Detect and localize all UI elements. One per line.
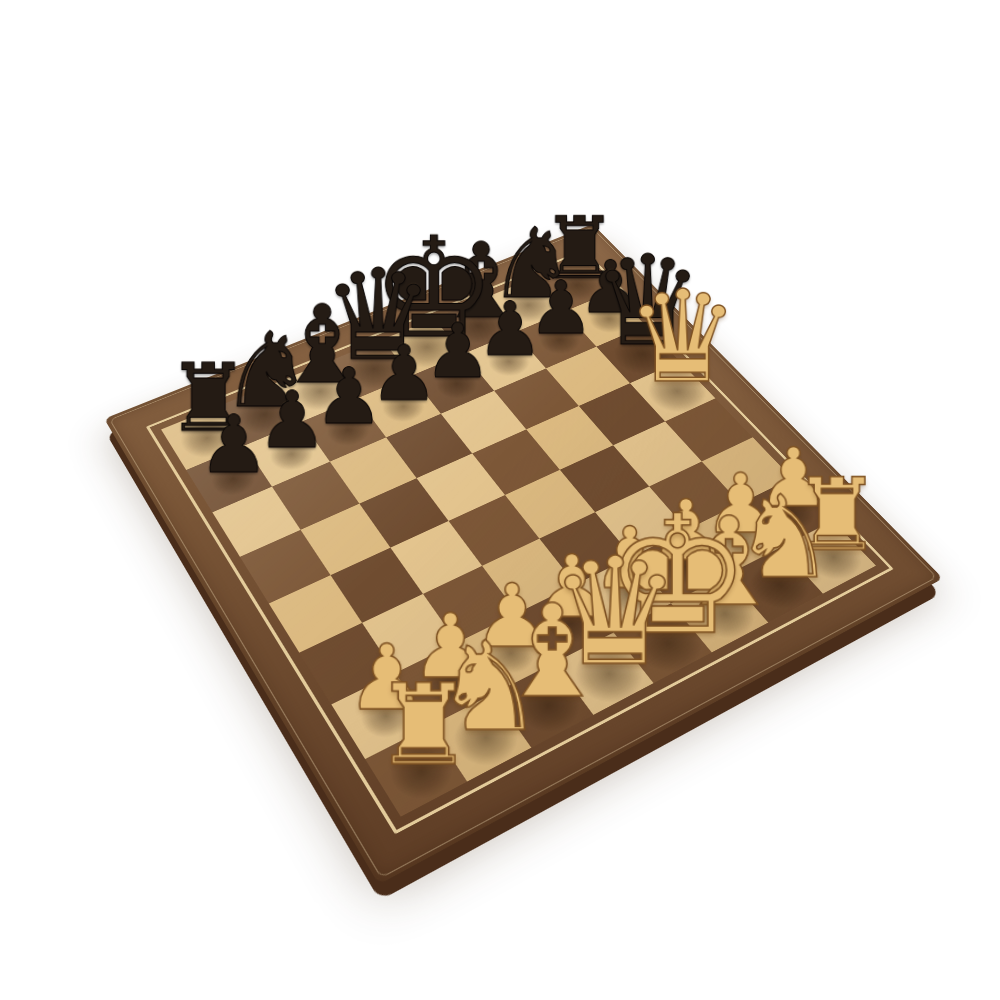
chess-board: ♜♞♟♝♟♚♛♟♛♟♛♝♟♞♟♜♟♟♟♟♜♟♞♟♝♟♚♟♛♟♝♟♞♜ — [104, 224, 943, 885]
photo-background: ♜♞♟♝♟♚♛♟♛♟♛♝♟♞♟♜♟♟♟♟♜♟♞♟♝♟♚♟♛♟♝♟♞♜ — [0, 0, 1000, 1000]
